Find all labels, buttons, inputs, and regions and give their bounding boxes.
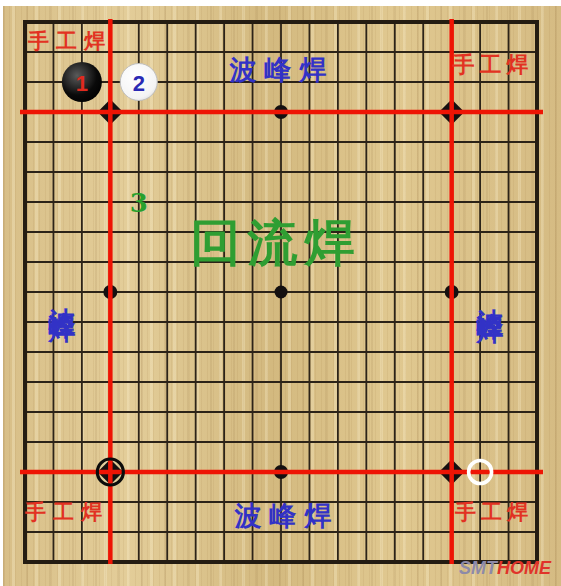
label-wave-solder-top: 波峰焊 [230,56,335,84]
label-manual-solder-bottom-right: 手工焊 [455,501,533,523]
watermark-home: HOME [497,558,551,578]
move-number-2: 2 [133,71,145,96]
label-manual-solder-bottom-left: 手工焊 [25,501,109,523]
label-wave-solder-bottom: 波峰焊 [235,502,340,530]
star-point [275,286,288,299]
move-number-1: 1 [76,71,88,96]
go-board: 123 手工焊波峰焊手工焊波峰焊回流焊波峰焊手工焊波峰焊手工焊 SMTHOME [3,6,561,586]
soldering-diagram: 123 手工焊波峰焊手工焊波峰焊回流焊波峰焊手工焊波峰焊手工焊 SMTHOME [0,0,561,586]
label-reflow-solder-center: 回流焊 [191,217,362,269]
watermark: SMTHOME [459,558,551,579]
label-wave-solder-left: 波峰焊 [48,286,76,298]
label-wave-solder-right: 波峰焊 [476,287,504,299]
label-manual-solder-top-left: 手工焊 [28,30,112,52]
move-number-3: 3 [130,188,148,218]
watermark-smt: SMT [459,558,497,578]
label-manual-solder-top-right: 手工焊 [453,53,534,76]
